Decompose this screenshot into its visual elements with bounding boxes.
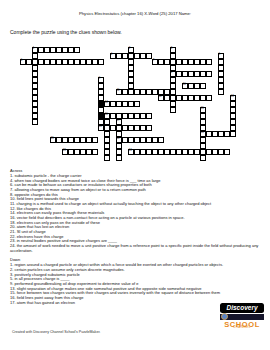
grid-cell[interactable] (146, 113, 152, 119)
clue-number: 18 (99, 126, 102, 129)
clue-number: 13 (231, 96, 234, 99)
grid-cell[interactable] (32, 119, 38, 125)
clue-number: 12 (159, 96, 162, 99)
clue-number: 6 (21, 60, 22, 63)
down-clue-list: 1. region around a charged particle or o… (10, 263, 262, 305)
page-title: Physics Electrostatics (chapter 16) X-Wo… (0, 11, 270, 16)
logo-channel-band: CHANNEL (220, 314, 264, 320)
grid-cell[interactable] (206, 59, 212, 65)
clue-number: 1 (33, 48, 34, 51)
clue-number: 10 (183, 84, 186, 87)
clue-number: 5 (219, 54, 220, 57)
crossword-grid: 1234567891011121314151617182021222324 (20, 47, 250, 163)
grid-cell[interactable] (146, 125, 152, 131)
logo-channel-text: CHANNEL (233, 325, 251, 329)
clue-section: Across 1. subatomic particle - the charg… (10, 169, 262, 305)
clue-number: 22 (117, 138, 120, 141)
across-clue: 24. the amount of work needed to move a … (10, 244, 262, 253)
grid-cell[interactable] (200, 83, 206, 89)
clue-number: 24 (129, 150, 132, 153)
clue-number: 3 (171, 48, 172, 51)
grid-cell[interactable] (224, 149, 230, 155)
clue-number: 7 (153, 60, 154, 63)
grid-cell[interactable] (206, 95, 212, 101)
grid-cell[interactable] (74, 47, 80, 53)
grid-cell[interactable] (134, 101, 140, 107)
down-section: Down 1. region around a charged particle… (10, 258, 262, 305)
clue-number: 16 (105, 114, 108, 117)
grid-cell[interactable] (104, 155, 110, 161)
worksheet-page: Physics Electrostatics (chapter 16) X-Wo… (0, 0, 270, 350)
grid-cell[interactable] (92, 149, 98, 155)
across-clue-list: 1. subatomic particle - the charge carri… (10, 174, 262, 253)
clue-number: 14 (105, 102, 108, 105)
grid-cell[interactable] (158, 137, 164, 143)
grid-cell[interactable] (206, 71, 212, 77)
puzzlemaker-credit: Created with Discovery Channel School's … (12, 330, 100, 334)
grid-cell[interactable] (116, 155, 122, 161)
grid-cell[interactable] (92, 137, 98, 143)
grid-cell[interactable] (98, 59, 104, 65)
clue-number: 2 (129, 48, 130, 51)
clue-number: 21 (51, 138, 54, 141)
discovery-school-logo: Discovery CHANNEL SCHOOL (220, 303, 264, 329)
globe-icon (221, 313, 228, 320)
grid-cell[interactable] (200, 155, 206, 161)
clue-number: 9 (99, 78, 100, 81)
clue-number: 8 (171, 72, 172, 75)
instruction-text: Complete the puzzle using the clues show… (10, 29, 122, 35)
clue-number: 23 (63, 150, 66, 153)
grid-cell[interactable] (230, 131, 236, 137)
grid-cell[interactable] (218, 89, 224, 95)
clue-number: 4 (111, 54, 112, 57)
clue-number: 20 (201, 132, 204, 135)
clue-number: 15 (201, 108, 204, 111)
logo-brand-text: Discovery (220, 303, 264, 313)
clue-number: 11 (117, 90, 120, 93)
clue-number: 17 (117, 120, 120, 123)
grid-cell[interactable] (170, 107, 176, 113)
